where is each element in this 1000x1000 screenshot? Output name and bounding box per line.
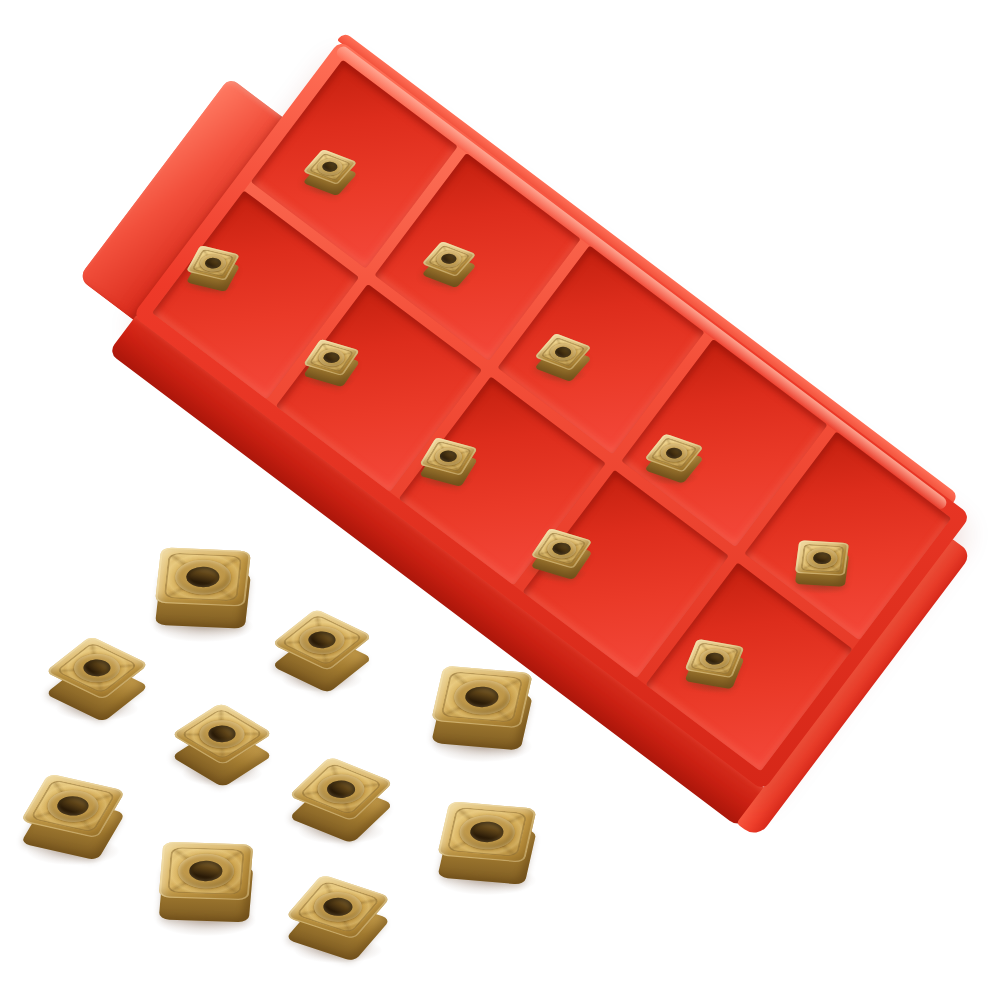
insert-bore: [320, 350, 341, 364]
carbide-insert: [32, 765, 114, 847]
carbide-insert: [286, 604, 358, 676]
carbide-insert: [429, 239, 469, 279]
carbide-insert: [437, 652, 527, 742]
carbide-insert: [60, 631, 134, 705]
insert-bore: [320, 160, 340, 173]
product-photo-scene: [0, 0, 1000, 1000]
insert-bore: [552, 345, 573, 359]
carbide-insert: [426, 434, 471, 479]
insert-top-face: [437, 801, 536, 863]
insert-bore: [203, 722, 241, 745]
insert-bore: [663, 446, 685, 461]
carbide-insert: [310, 147, 350, 187]
insert-bore: [703, 651, 725, 666]
carbide-insert: [299, 868, 377, 946]
insert-bore: [78, 656, 117, 680]
carbide-insert: [161, 826, 251, 916]
carbide-insert: [192, 242, 234, 284]
insert-top-face: [431, 665, 533, 728]
carbide-insert: [310, 336, 353, 379]
carbide-insert: [690, 634, 739, 683]
insert-bore: [437, 449, 459, 463]
insert-bore: [185, 566, 221, 588]
insert-bore: [303, 628, 341, 651]
carbide-insert: [652, 431, 696, 475]
insert-top-face: [159, 842, 254, 901]
carbide-insert: [303, 751, 379, 827]
insert-bore: [549, 540, 572, 555]
carbide-insert: [538, 525, 585, 572]
carbide-insert: [797, 533, 847, 583]
insert-storage-case: [132, 40, 971, 791]
insert-bore: [53, 794, 92, 818]
carbide-insert: [443, 788, 531, 876]
insert-bore: [203, 256, 223, 269]
carbide-insert: [158, 532, 248, 622]
insert-bore: [321, 777, 360, 801]
carbide-insert: [186, 698, 258, 770]
insert-bore: [463, 685, 501, 708]
insert-bore: [469, 821, 506, 844]
insert-bore: [439, 252, 459, 265]
insert-top-face: [795, 540, 849, 576]
insert-bore: [318, 895, 357, 919]
insert-bore: [188, 860, 223, 882]
insert-bore: [812, 551, 832, 564]
carbide-insert: [542, 331, 584, 373]
insert-top-face: [155, 547, 251, 607]
